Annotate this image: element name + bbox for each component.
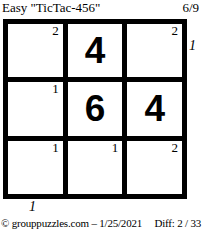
cell-value: 6 [85, 90, 106, 127]
cell-r3c1[interactable]: 1 [8, 141, 63, 194]
progress-counter: 6/9 [182, 0, 199, 16]
corner-clue: 1 [52, 141, 59, 155]
difficulty-label: Diff: 2 / 33 [154, 217, 201, 229]
corner-clue: 1 [112, 141, 119, 155]
cell-r1c2[interactable]: 4 [68, 24, 123, 77]
cell-r2c2[interactable]: 6 [68, 82, 123, 135]
cell-r3c3[interactable]: 2 [127, 141, 182, 194]
footer: © grouppuzzles.com – 1/25/2021 Diff: 2 /… [1, 217, 201, 229]
corner-clue: 2 [172, 24, 179, 38]
corner-clue: 2 [172, 141, 179, 155]
puzzle-title: Easy "TicTac-456" [2, 0, 100, 16]
corner-clue: 1 [52, 82, 59, 96]
cell-r1c3[interactable]: 2 [127, 24, 182, 77]
puzzle-board: 2 4 2 1 6 4 1 1 2 [3, 19, 187, 199]
cell-r1c1[interactable]: 2 [8, 24, 63, 77]
column-label-bottom: 1 [29, 199, 36, 215]
cell-value: 4 [144, 90, 165, 127]
cell-r2c3[interactable]: 4 [127, 82, 182, 135]
cell-r2c1[interactable]: 1 [8, 82, 63, 135]
copyright-credit: © grouppuzzles.com – 1/25/2021 [1, 217, 142, 229]
cell-r3c2[interactable]: 1 [68, 141, 123, 194]
row-label-right: 1 [189, 38, 196, 54]
corner-clue: 2 [52, 24, 59, 38]
cell-value: 4 [85, 32, 106, 69]
